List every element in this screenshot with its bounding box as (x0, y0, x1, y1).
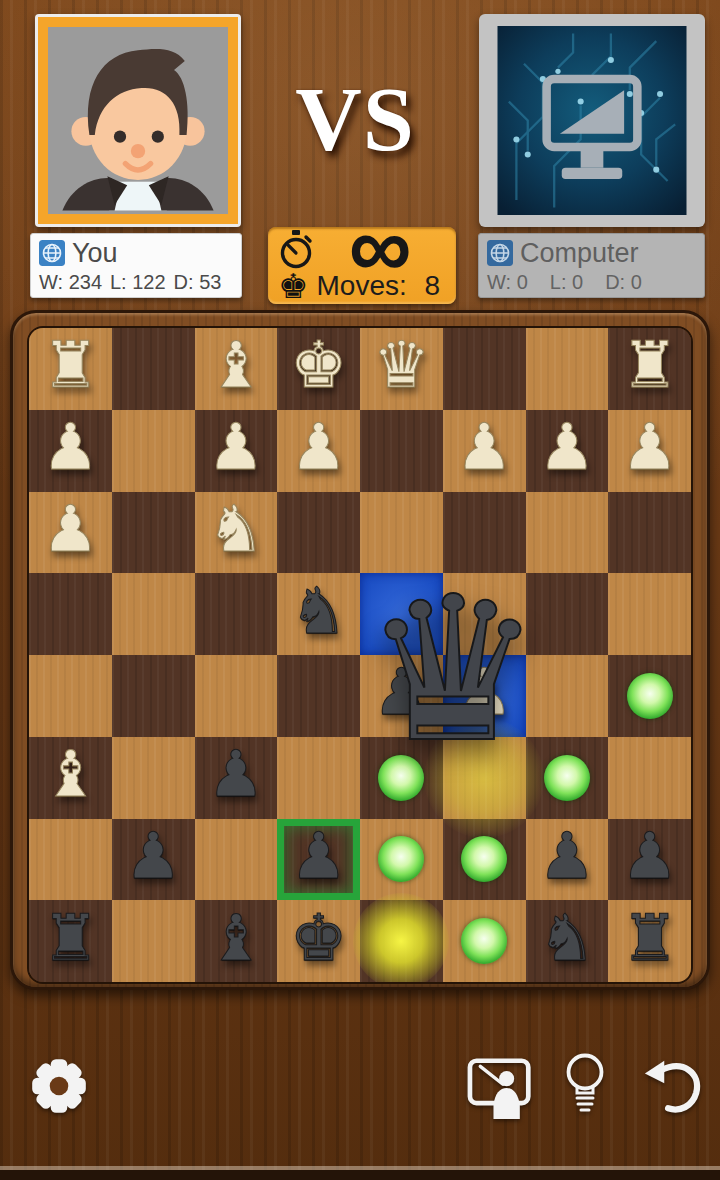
square-h1[interactable]: ♜ (29, 328, 112, 410)
white-piece-a2[interactable]: ♟ (621, 415, 678, 479)
black-piece-h8[interactable]: ♜ (42, 906, 99, 970)
chess-app-screen: VS (0, 0, 720, 1180)
square-b8[interactable]: ♞ (526, 900, 609, 982)
player-avatar (48, 27, 228, 214)
white-piece-f3[interactable]: ♞ (207, 497, 264, 561)
gear-icon (26, 1053, 92, 1119)
boy-avatar-illustration (48, 27, 228, 214)
player-stats: W: 234 L: 122 D: 53 (39, 271, 233, 294)
white-piece-h6[interactable]: ♝ (42, 742, 99, 806)
square-a5[interactable] (608, 655, 691, 737)
player-wins: W: 234 (39, 271, 102, 294)
square-g4[interactable] (112, 573, 195, 655)
player-losses: L: 122 (110, 271, 166, 294)
computer-avatar-frame (479, 14, 705, 227)
legal-move-dot[interactable] (627, 673, 673, 719)
stopwatch-icon (278, 230, 314, 270)
square-e8[interactable]: ♚ (277, 900, 360, 982)
legal-move-dot[interactable] (378, 836, 424, 882)
white-piece-d1[interactable]: ♛ (373, 333, 430, 397)
bottom-edge-shadow (0, 1170, 720, 1180)
black-piece-b8[interactable]: ♞ (538, 906, 595, 970)
square-c8[interactable] (443, 900, 526, 982)
square-g6[interactable] (112, 737, 195, 819)
square-g7[interactable]: ♟ (112, 819, 195, 901)
white-piece-b2[interactable]: ♟ (538, 415, 595, 479)
white-piece-f1[interactable]: ♝ (207, 333, 264, 397)
square-h5[interactable] (29, 655, 112, 737)
globe-icon (487, 240, 513, 266)
square-a4[interactable] (608, 573, 691, 655)
chess-board: ♜♝♚♛♜♟♟♟♟♟♟♟♞♞♟♟♝♟♟♟♟♟♜♝♚♞♜ ♛ (10, 310, 710, 990)
black-piece-e4[interactable]: ♞ (290, 579, 347, 643)
legal-move-dot[interactable] (461, 918, 507, 964)
computer-avatar (491, 26, 693, 215)
avatar-orange-border (38, 17, 238, 224)
hint-button[interactable] (562, 1051, 608, 1119)
moves-count: 8 (424, 270, 440, 302)
square-e2[interactable]: ♟ (277, 410, 360, 492)
square-f8[interactable]: ♝ (195, 900, 278, 982)
square-h4[interactable] (29, 573, 112, 655)
square-g3[interactable] (112, 492, 195, 574)
computer-stats: W: 0 L: 0 D: 0 (487, 271, 696, 294)
white-piece-h1[interactable]: ♜ (42, 333, 99, 397)
square-a7[interactable]: ♟ (608, 819, 691, 901)
square-a6[interactable] (608, 737, 691, 819)
square-c2[interactable]: ♟ (443, 410, 526, 492)
white-piece-h2[interactable]: ♟ (42, 415, 99, 479)
computer-draws: D: 0 (605, 271, 642, 294)
black-piece-b7[interactable]: ♟ (538, 824, 595, 888)
black-piece-g7[interactable]: ♟ (124, 824, 181, 888)
dragged-black-queen[interactable]: ♛ (348, 561, 558, 779)
square-f2[interactable]: ♟ (195, 410, 278, 492)
square-d7[interactable] (360, 819, 443, 901)
player-avatar-frame (35, 14, 241, 227)
moves-panel: ∞ ♚ Moves: 8 (268, 227, 456, 304)
legal-move-dot[interactable] (461, 836, 507, 882)
king-move-icon: ♚ (278, 272, 308, 300)
lightbulb-icon (562, 1051, 608, 1119)
white-piece-f2[interactable]: ♟ (207, 415, 264, 479)
black-piece-a8[interactable]: ♜ (621, 906, 678, 970)
square-d8[interactable] (360, 900, 443, 982)
undo-arrow-icon (641, 1057, 703, 1117)
square-f5[interactable] (195, 655, 278, 737)
square-b1[interactable] (526, 328, 609, 410)
square-a3[interactable] (608, 492, 691, 574)
globe-icon (39, 240, 65, 266)
tutor-button[interactable] (465, 1057, 537, 1121)
square-h2[interactable]: ♟ (29, 410, 112, 492)
square-a1[interactable]: ♜ (608, 328, 691, 410)
square-f7[interactable] (195, 819, 278, 901)
square-g1[interactable] (112, 328, 195, 410)
white-piece-a1[interactable]: ♜ (621, 333, 678, 397)
square-a8[interactable]: ♜ (608, 900, 691, 982)
computer-name: Computer (520, 238, 639, 269)
drag-origin-glow (353, 893, 449, 982)
computer-name-plate: Computer W: 0 L: 0 D: 0 (478, 233, 705, 298)
square-h8[interactable]: ♜ (29, 900, 112, 982)
black-piece-f8[interactable]: ♝ (207, 906, 264, 970)
square-g2[interactable] (112, 410, 195, 492)
black-piece-e7[interactable]: ♟ (290, 824, 347, 888)
square-f6[interactable]: ♟ (195, 737, 278, 819)
white-piece-e1[interactable]: ♚ (290, 333, 347, 397)
tutor-board-icon (465, 1057, 537, 1121)
square-e1[interactable]: ♚ (277, 328, 360, 410)
black-piece-a7[interactable]: ♟ (621, 824, 678, 888)
square-f4[interactable] (195, 573, 278, 655)
undo-button[interactable] (641, 1057, 703, 1117)
player-draws: D: 53 (174, 271, 222, 294)
square-f1[interactable]: ♝ (195, 328, 278, 410)
square-f3[interactable]: ♞ (195, 492, 278, 574)
square-d2[interactable] (360, 410, 443, 492)
square-d1[interactable]: ♛ (360, 328, 443, 410)
square-b2[interactable]: ♟ (526, 410, 609, 492)
square-e7[interactable]: ♟ (277, 819, 360, 901)
computer-losses: L: 0 (550, 271, 583, 294)
settings-button[interactable] (26, 1053, 92, 1119)
player-name: You (72, 238, 118, 269)
square-h7[interactable] (29, 819, 112, 901)
square-c1[interactable] (443, 328, 526, 410)
square-g8[interactable] (112, 900, 195, 982)
black-piece-e8[interactable]: ♚ (290, 906, 347, 970)
square-b7[interactable]: ♟ (526, 819, 609, 901)
computer-wins: W: 0 (487, 271, 528, 294)
player-name-plate: You W: 234 L: 122 D: 53 (30, 233, 242, 298)
moves-label: Moves: (316, 270, 416, 302)
computer-monitor-icon (491, 26, 693, 215)
white-piece-c2[interactable]: ♟ (455, 415, 512, 479)
white-piece-e2[interactable]: ♟ (290, 415, 347, 479)
unlimited-time-symbol: ∞ (314, 227, 446, 267)
square-g5[interactable] (112, 655, 195, 737)
square-h6[interactable]: ♝ (29, 737, 112, 819)
vs-label: VS (255, 66, 455, 172)
square-a2[interactable]: ♟ (608, 410, 691, 492)
square-h3[interactable]: ♟ (29, 492, 112, 574)
white-piece-h3[interactable]: ♟ (42, 497, 99, 561)
black-piece-f6[interactable]: ♟ (207, 742, 264, 806)
